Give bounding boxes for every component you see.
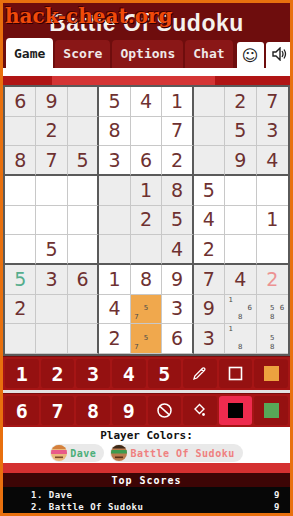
numpad-key-5[interactable]: 5: [148, 359, 182, 388]
pencil-icon: [191, 365, 208, 382]
sudoku-cell-r8c4[interactable]: 4: [99, 295, 130, 325]
sudoku-cell-r4c4[interactable]: [99, 176, 130, 206]
cell-value: 9: [203, 299, 215, 318]
cell-value: 5: [171, 210, 183, 229]
sudoku-cell-r5c3[interactable]: [68, 206, 99, 236]
player-pill-dave[interactable]: Dave: [50, 444, 104, 462]
sudoku-cell-r9c2[interactable]: [36, 324, 67, 354]
orange-swatch-button[interactable]: [254, 359, 288, 388]
avatar: [111, 445, 127, 461]
green-swatch: [264, 403, 279, 418]
numpad-key-4[interactable]: 4: [112, 359, 146, 388]
tab-score[interactable]: Score: [55, 40, 110, 68]
sudoku-cell-r9c9[interactable]: 58: [257, 324, 288, 354]
pencil-button[interactable]: [183, 359, 217, 388]
sudoku-cell-r4c8[interactable]: [225, 176, 256, 206]
black-swatch-button[interactable]: [219, 396, 253, 425]
cell-value: 6: [77, 270, 89, 289]
sudoku-cell-r9c7[interactable]: 3: [194, 324, 225, 354]
sudoku-cell-r5c1[interactable]: [5, 206, 36, 236]
cell-value: 2: [46, 121, 58, 140]
sudoku-cell-r1c9[interactable]: 7: [257, 87, 288, 117]
sudoku-cell-r6c8[interactable]: [225, 235, 256, 265]
top-scores-list: 1. Dave92. Battle Of Sudoku9: [3, 487, 290, 515]
tab-options[interactable]: Options: [112, 40, 183, 68]
top-scores-header: Top Scores: [3, 473, 290, 487]
sudoku-cell-r8c8[interactable]: 168: [225, 295, 256, 325]
player-colors-label: Player Colors:: [100, 429, 193, 442]
numpad-key-2[interactable]: 2: [41, 359, 75, 388]
sudoku-cell-r5c2[interactable]: [36, 206, 67, 236]
cell-value: 3: [203, 329, 215, 348]
cell-value: 3: [266, 121, 278, 140]
avatar: [51, 445, 67, 461]
sudoku-cell-r2c4[interactable]: 8: [99, 117, 130, 147]
cell-value: 8: [171, 181, 183, 200]
cell-value: 7: [46, 151, 58, 170]
cell-value: 1: [109, 270, 121, 289]
cell-value: 4: [234, 270, 246, 289]
sudoku-cell-r6c5[interactable]: [131, 235, 162, 265]
sudoku-cell-r3c2[interactable]: 7: [36, 146, 67, 176]
sudoku-cell-r7c3[interactable]: 6: [68, 265, 99, 295]
tab-chat[interactable]: Chat: [185, 40, 232, 68]
cell-value: 8: [14, 151, 26, 170]
sudoku-cell-r5c4[interactable]: [99, 206, 130, 236]
cell-value: 9: [171, 270, 183, 289]
cell-value: 4: [203, 210, 215, 229]
sudoku-cell-r8c9[interactable]: 568: [257, 295, 288, 325]
sudoku-cell-r1c2[interactable]: 9: [36, 87, 67, 117]
player-colors-section: Player Colors: DaveBattle Of Sudoku: [3, 427, 290, 463]
sudoku-cell-r6c1[interactable]: [5, 235, 36, 265]
cell-value: 4: [109, 299, 121, 318]
cell-value: 1: [140, 181, 152, 200]
cell-value: 6: [171, 329, 183, 348]
cell-value: 7: [266, 92, 278, 111]
cell-value: 6: [14, 92, 26, 111]
cell-value: 4: [266, 151, 278, 170]
sudoku-cell-r4c6[interactable]: 8: [162, 176, 193, 206]
cell-value: 5: [46, 240, 58, 259]
cell-candidates: 57: [132, 296, 160, 323]
numpad-key-6[interactable]: 6: [5, 396, 39, 425]
sudoku-cell-r1c1[interactable]: 6: [5, 87, 36, 117]
sudoku-cell-r7c1[interactable]: 5: [5, 265, 36, 295]
cell-candidates: 18: [226, 325, 254, 352]
cell-value: 7: [171, 121, 183, 140]
sudoku-cell-r2c6[interactable]: 7: [162, 117, 193, 147]
cell-value: 9: [234, 151, 246, 170]
sudoku-cell-r8c6[interactable]: 3: [162, 295, 193, 325]
tab-bar-tabs: GameScoreOptionsChat: [6, 38, 235, 68]
smiley-icon: ☺: [242, 46, 259, 65]
cell-candidates: 57: [132, 325, 160, 352]
sudoku-cell-r3c7[interactable]: [194, 146, 225, 176]
sudoku-cell-r2c9[interactable]: 3: [257, 117, 288, 147]
sudoku-cell-r3c5[interactable]: 6: [131, 146, 162, 176]
sudoku-cell-r6c7[interactable]: 2: [194, 235, 225, 265]
sudoku-cell-r3c9[interactable]: 4: [257, 146, 288, 176]
cell-value: 5: [109, 92, 121, 111]
sudoku-cell-r9c6[interactable]: 6: [162, 324, 193, 354]
cell-value: 2: [109, 329, 121, 348]
green-swatch-button[interactable]: [254, 396, 288, 425]
sudoku-cell-r9c1[interactable]: [5, 324, 36, 354]
sudoku-cell-r2c7[interactable]: [194, 117, 225, 147]
sudoku-cell-r6c6[interactable]: 4: [162, 235, 193, 265]
score-value: 9: [274, 490, 280, 500]
no-entry-icon: [156, 402, 173, 419]
cell-value: 3: [171, 299, 183, 318]
cell-value: 5: [77, 151, 89, 170]
cell-value: 8: [109, 121, 121, 140]
sudoku-cell-r2c3[interactable]: [68, 117, 99, 147]
sudoku-cell-r1c7[interactable]: [194, 87, 225, 117]
cell-value: 9: [46, 92, 58, 111]
square-outline-icon: [228, 366, 243, 381]
sudoku-cell-r8c5[interactable]: 57: [131, 295, 162, 325]
sudoku-cell-r6c9[interactable]: [257, 235, 288, 265]
sudoku-cell-r2c2[interactable]: 2: [36, 117, 67, 147]
sudoku-cell-r7c8[interactable]: 4: [225, 265, 256, 295]
sudoku-cell-r7c6[interactable]: 9: [162, 265, 193, 295]
sudoku-cell-r8c2[interactable]: [36, 295, 67, 325]
sudoku-cell-r7c2[interactable]: 3: [36, 265, 67, 295]
cell-value: 2: [234, 92, 246, 111]
sudoku-cell-r5c9[interactable]: 1: [257, 206, 288, 236]
sudoku-cell-r3c3[interactable]: 5: [68, 146, 99, 176]
sudoku-cell-r4c1[interactable]: [5, 176, 36, 206]
sudoku-cell-r7c4[interactable]: 1: [99, 265, 130, 295]
cell-candidates: 58: [258, 325, 287, 352]
cell-value: 6: [140, 151, 152, 170]
cell-value: 1: [171, 92, 183, 111]
sudoku-cell-r5c8[interactable]: [225, 206, 256, 236]
square-outline-button[interactable]: [219, 359, 253, 388]
divider-white: [3, 68, 290, 76]
sudoku-cell-r3c8[interactable]: 9: [225, 146, 256, 176]
sudoku-cell-r4c5[interactable]: 1: [131, 176, 162, 206]
sudoku-cell-r9c3[interactable]: [68, 324, 99, 354]
cell-value: 8: [140, 270, 152, 289]
sudoku-cell-r5c7[interactable]: 4: [194, 206, 225, 236]
cell-value: 1: [266, 210, 278, 229]
sudoku-cell-r7c5[interactable]: 8: [131, 265, 162, 295]
sudoku-cell-r7c9[interactable]: 2: [257, 265, 288, 295]
cell-value: 3: [109, 151, 121, 170]
sudoku-cell-r2c8[interactable]: 5: [225, 117, 256, 147]
sudoku-cell-r9c4[interactable]: 2: [99, 324, 130, 354]
sudoku-cell-r9c5[interactable]: 57: [131, 324, 162, 354]
top-scores-title: Top Scores: [111, 475, 181, 486]
cell-value: 2: [171, 151, 183, 170]
orange-swatch: [264, 366, 279, 381]
smiley-button[interactable]: ☺: [237, 42, 264, 68]
numpad-row-1: 12345: [3, 356, 290, 390]
sudoku-cell-r1c6[interactable]: 1: [162, 87, 193, 117]
header: hack-cheat.org Battle Of Sudoku: [3, 3, 290, 38]
sudoku-grid: 6954127287538753629418525415425361897422…: [3, 85, 290, 356]
sudoku-cell-r1c4[interactable]: 5: [99, 87, 130, 117]
sudoku-cell-r4c2[interactable]: [36, 176, 67, 206]
score-row: 1. Dave9: [3, 489, 290, 501]
eraser-icon: [191, 402, 208, 419]
player-name: Battle Of Sudoku: [130, 448, 234, 459]
score-value: 9: [274, 502, 280, 512]
sudoku-cell-r3c1[interactable]: 8: [5, 146, 36, 176]
cell-candidates: 168: [226, 296, 254, 323]
numpad-key-1[interactable]: 1: [5, 359, 39, 388]
cell-value: 2: [266, 270, 278, 289]
numpad-key-9[interactable]: 9: [112, 396, 146, 425]
score-row: 2. Battle Of Sudoku9: [3, 501, 290, 513]
numpad-key-8[interactable]: 8: [76, 396, 110, 425]
sudoku-cell-r9c8[interactable]: 18: [225, 324, 256, 354]
sudoku-cell-r1c8[interactable]: 2: [225, 87, 256, 117]
tab-bar: GameScoreOptionsChat ☺: [3, 38, 290, 68]
sudoku-cell-r8c1[interactable]: 2: [5, 295, 36, 325]
cell-value: 5: [234, 121, 246, 140]
player-pill-battle-of-sudoku[interactable]: Battle Of Sudoku: [110, 444, 242, 462]
tab-game[interactable]: Game: [6, 38, 53, 68]
sudoku-cell-r2c1[interactable]: [5, 117, 36, 147]
cell-candidates: 568: [258, 296, 287, 323]
sudoku-cell-r8c7[interactable]: 9: [194, 295, 225, 325]
score-player: 2. Battle Of Sudoku: [31, 502, 143, 512]
sudoku-cell-r5c6[interactable]: 5: [162, 206, 193, 236]
sound-button[interactable]: [266, 42, 293, 68]
sudoku-cell-r4c9[interactable]: [257, 176, 288, 206]
cell-value: 5: [203, 181, 215, 200]
sudoku-cell-r4c3[interactable]: [68, 176, 99, 206]
sudoku-cell-r1c5[interactable]: 4: [131, 87, 162, 117]
eraser-button[interactable]: [183, 396, 217, 425]
score-player: 1. Dave: [31, 490, 72, 500]
sudoku-cell-r8c3[interactable]: [68, 295, 99, 325]
player-pills: DaveBattle Of Sudoku: [50, 444, 242, 462]
numpad-row-2: 6789: [3, 393, 290, 427]
speaker-icon: [272, 46, 287, 65]
sudoku-cell-r7c7[interactable]: 7: [194, 265, 225, 295]
sudoku-cell-r5c5[interactable]: 2: [131, 206, 162, 236]
cell-value: 7: [203, 270, 215, 289]
sudoku-cell-r4c7[interactable]: 5: [194, 176, 225, 206]
sudoku-cell-r2c5[interactable]: [131, 117, 162, 147]
numpad-key-3[interactable]: 3: [76, 359, 110, 388]
cell-value: 4: [171, 240, 183, 259]
sudoku-cell-r6c3[interactable]: [68, 235, 99, 265]
player-name: Dave: [70, 448, 96, 459]
divider-red-2: [3, 463, 290, 473]
black-swatch: [228, 403, 243, 418]
cell-value: 3: [46, 270, 58, 289]
cell-value: 5: [14, 270, 26, 289]
cell-value: 2: [140, 210, 152, 229]
cell-value: 2: [14, 299, 26, 318]
cell-value: 2: [203, 240, 215, 259]
sudoku-cell-r6c2[interactable]: 5: [36, 235, 67, 265]
sudoku-cell-r1c3[interactable]: [68, 87, 99, 117]
app-window: hack-cheat.org Battle Of Sudoku GameScor…: [0, 0, 293, 516]
numpad-key-7[interactable]: 7: [41, 396, 75, 425]
divider-red: [3, 76, 290, 85]
cell-value: 4: [140, 92, 152, 111]
watermark: hack-cheat.org: [5, 4, 173, 28]
sudoku-cell-r3c4[interactable]: 3: [99, 146, 130, 176]
sudoku-cell-r6c4[interactable]: [99, 235, 130, 265]
no-entry-button[interactable]: [148, 396, 182, 425]
sudoku-cell-r3c6[interactable]: 2: [162, 146, 193, 176]
